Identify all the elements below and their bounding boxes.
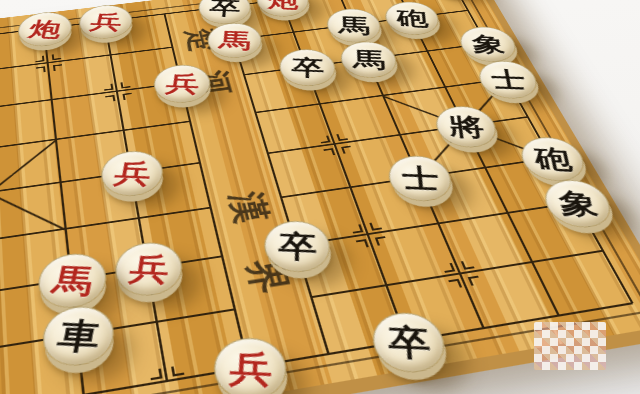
black-soldier[interactable]: 卒	[274, 46, 341, 89]
black-horse[interactable]: 馬	[335, 39, 403, 81]
grid-line	[0, 121, 190, 159]
grid-line	[0, 308, 235, 361]
star-point-mark	[468, 276, 482, 286]
piece-layer: 車炮卒兵炮砲馬馬車象馬卒兵相士仕將兵帥砲士仕象卒兵馬相車卒兵	[0, 0, 465, 31]
piece-glyph: 卒	[277, 230, 316, 261]
red-cannon[interactable]: 炮	[252, 0, 314, 19]
star-point-mark	[442, 263, 456, 273]
red-horse[interactable]: 馬	[36, 249, 109, 312]
piece-glyph: 象	[470, 33, 506, 55]
black-cannon[interactable]: 砲	[379, 0, 446, 38]
star-point-mark	[369, 221, 382, 230]
piece-glyph: 砲	[532, 145, 574, 172]
piece-glyph: 卒	[291, 56, 324, 79]
piece-glyph: 將	[447, 114, 485, 139]
black-soldier[interactable]: 卒	[195, 0, 256, 27]
star-point-mark	[52, 53, 62, 60]
piece-glyph: 馬	[49, 264, 95, 297]
river-char-han: 漢	[216, 188, 278, 226]
star-point-mark	[53, 64, 63, 71]
piece-glyph: 兵	[112, 159, 152, 187]
piece-glyph: 炮	[26, 19, 63, 40]
black-advisor[interactable]: 士	[471, 58, 545, 102]
star-point-mark	[149, 368, 162, 380]
grid-line	[311, 250, 603, 298]
black-general[interactable]: 將	[428, 103, 504, 151]
photo-stage: 楚 河 漢 界 車炮卒兵炮砲馬馬車象馬卒兵相士仕將兵帥砲士仕象卒兵馬相車卒兵	[0, 0, 640, 394]
piece-glyph: 兵	[228, 349, 272, 387]
star-point-mark	[448, 279, 462, 289]
piece-glyph: 馬	[352, 48, 386, 70]
piece-glyph: 車	[54, 317, 102, 353]
watermark-mosaic	[534, 322, 606, 370]
star-point-mark	[323, 148, 335, 156]
piece-glyph: 馬	[338, 15, 370, 36]
star-point-mark	[341, 146, 353, 154]
piece-glyph: 兵	[88, 11, 123, 32]
black-cannon[interactable]: 砲	[512, 134, 593, 185]
piece-glyph: 砲	[395, 8, 428, 28]
red-soldier[interactable]: 兵	[77, 2, 135, 41]
red-soldier[interactable]: 兵	[112, 238, 187, 300]
star-point-mark	[35, 56, 44, 63]
black-chariot[interactable]: 車	[41, 302, 118, 371]
red-soldier[interactable]: 兵	[208, 333, 293, 394]
piece-glyph: 兵	[127, 252, 170, 285]
grid-line	[0, 255, 222, 304]
black-soldier[interactable]: 卒	[365, 308, 454, 378]
piece-glyph: 馬	[218, 30, 251, 51]
star-point-mark	[120, 81, 130, 88]
star-point-mark	[461, 260, 475, 270]
grid-line	[0, 162, 200, 203]
piece-glyph: 士	[489, 68, 527, 91]
star-point-mark	[350, 224, 363, 233]
black-elephant[interactable]: 象	[453, 24, 524, 65]
star-point-mark	[356, 239, 369, 249]
palace-diagonal	[0, 158, 66, 230]
star-point-mark	[122, 93, 132, 100]
piece-glyph: 卒	[386, 324, 430, 361]
grid-line	[295, 202, 576, 246]
piece-glyph: 象	[556, 189, 600, 218]
grid-line	[0, 47, 173, 80]
red-soldier[interactable]: 兵	[150, 62, 215, 106]
red-soldier[interactable]: 兵	[98, 147, 167, 199]
red-cannon[interactable]: 炮	[17, 9, 74, 49]
star-point-mark	[36, 66, 46, 73]
star-point-mark	[103, 84, 113, 91]
piece-glyph: 炮	[267, 0, 298, 10]
star-point-mark	[105, 95, 115, 102]
piece-glyph: 士	[401, 164, 440, 192]
black-elephant[interactable]: 象	[535, 176, 620, 231]
star-point-mark	[171, 365, 184, 377]
piece-glyph: 兵	[164, 72, 200, 95]
black-advisor[interactable]: 士	[381, 152, 459, 205]
black-horse[interactable]: 馬	[321, 6, 387, 45]
star-point-mark	[336, 133, 348, 141]
star-point-mark	[319, 136, 331, 144]
piece-glyph: 卒	[208, 0, 240, 17]
star-point-mark	[375, 236, 388, 245]
